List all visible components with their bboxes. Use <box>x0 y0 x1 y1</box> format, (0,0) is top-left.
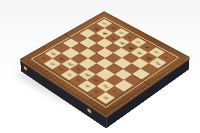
brass-clasp-icon[interactable] <box>87 108 91 114</box>
black-pawn-icon: ♟ <box>145 52 169 66</box>
white-rook-icon: ♜ <box>92 83 118 100</box>
chess-set-photo: ♜♞♝♛♚♝♞♜♟♟♟♟♟♟♟♟♟♟♟♟♟♟♟♟♜♞♝♛♚♝♞♜ <box>0 0 200 133</box>
brass-clasp-icon[interactable] <box>24 66 28 71</box>
chess-box-top: ♜♞♝♛♚♝♞♜♟♟♟♟♟♟♟♟♟♟♟♟♟♟♟♟♜♞♝♛♚♝♞♜ <box>20 11 190 115</box>
square-h1[interactable]: ♜ <box>96 92 115 104</box>
perspective-layer: ♜♞♝♛♚♝♞♜♟♟♟♟♟♟♟♟♟♟♟♟♟♟♟♟♜♞♝♛♚♝♞♜ <box>0 0 200 133</box>
